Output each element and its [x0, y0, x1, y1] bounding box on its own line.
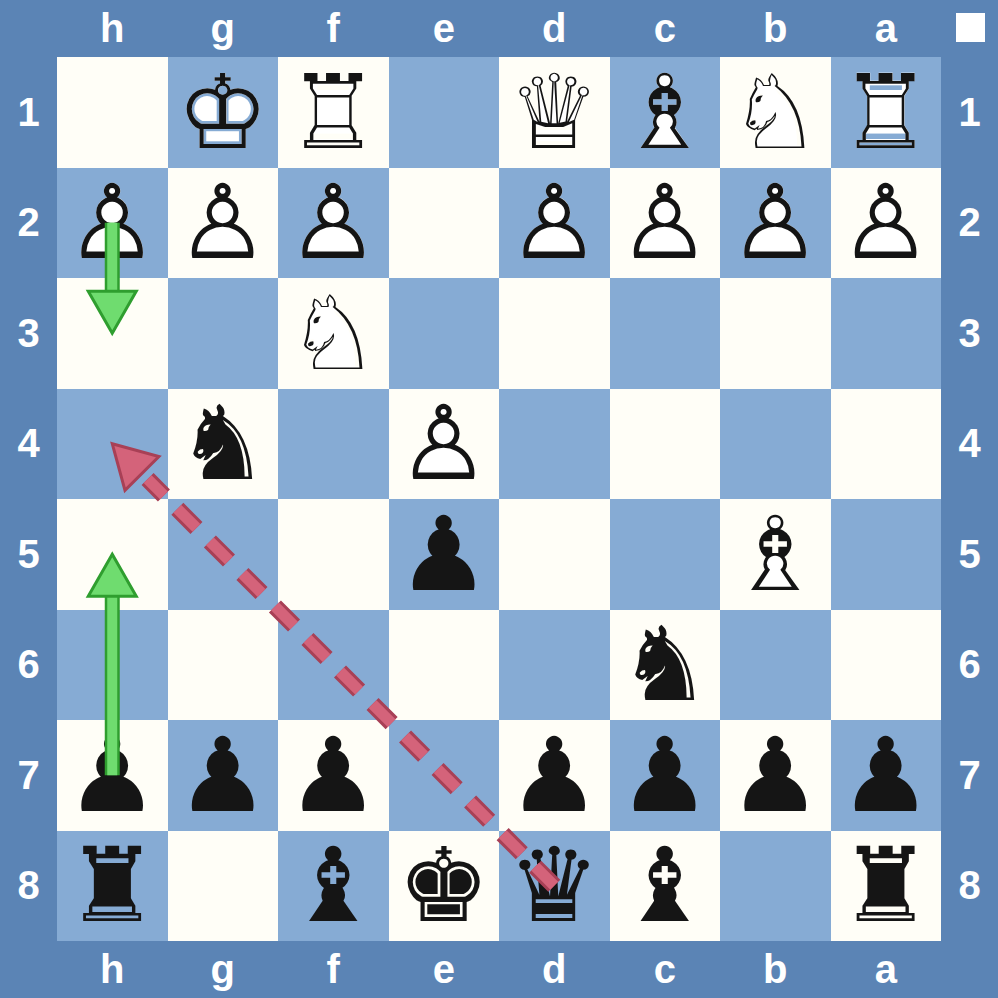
black-pawn[interactable]: ♟	[168, 720, 279, 831]
square-b6[interactable]	[720, 610, 831, 721]
white-pawn[interactable]: ♟♙	[720, 168, 831, 279]
board: ♚♔♜♖♛♕♝♗♞♘♜♖♟♙♟♙♟♙♟♙♟♙♟♙♟♙♞♘♞♟♙♟♝♗♞♟♟♟♟♟…	[57, 57, 941, 941]
piece-outline: ♔	[168, 57, 279, 168]
square-d2[interactable]: ♟♙	[499, 168, 610, 279]
square-e2[interactable]	[389, 168, 500, 279]
file-label: b	[720, 941, 831, 998]
piece-outline: ♙	[389, 389, 500, 500]
black-bishop[interactable]: ♝	[278, 831, 389, 942]
square-g2[interactable]: ♟♙	[168, 168, 279, 279]
square-f8[interactable]: ♝	[278, 831, 389, 942]
square-d7[interactable]: ♟	[499, 720, 610, 831]
square-f5[interactable]	[278, 499, 389, 610]
square-c1[interactable]: ♝♗	[610, 57, 721, 168]
rank-labels-right: 1 2 3 4 5 6 7 8	[941, 57, 998, 941]
file-label: h	[57, 941, 168, 998]
square-h3[interactable]	[57, 278, 168, 389]
rank-label: 7	[0, 720, 57, 831]
file-label: d	[499, 0, 610, 57]
square-b3[interactable]	[720, 278, 831, 389]
square-g5[interactable]	[168, 499, 279, 610]
square-e8[interactable]: ♚	[389, 831, 500, 942]
square-d1[interactable]: ♛♕	[499, 57, 610, 168]
square-a3[interactable]	[831, 278, 942, 389]
rank-label: 6	[941, 610, 998, 721]
square-h7[interactable]: ♟	[57, 720, 168, 831]
square-f4[interactable]	[278, 389, 389, 500]
white-knight[interactable]: ♞♘	[278, 278, 389, 389]
file-label: c	[610, 941, 721, 998]
file-label: a	[831, 0, 942, 57]
square-d5[interactable]	[499, 499, 610, 610]
black-pawn[interactable]: ♟	[278, 720, 389, 831]
square-b5[interactable]: ♝♗	[720, 499, 831, 610]
rank-label: 1	[0, 57, 57, 168]
square-g3[interactable]	[168, 278, 279, 389]
square-h4[interactable]	[57, 389, 168, 500]
square-b2[interactable]: ♟♙	[720, 168, 831, 279]
white-bishop[interactable]: ♝♗	[720, 499, 831, 610]
piece-outline: ♗	[610, 57, 721, 168]
black-knight[interactable]: ♞	[610, 610, 721, 721]
white-pawn[interactable]: ♟♙	[57, 168, 168, 279]
white-to-move-icon	[956, 13, 985, 42]
rank-label: 3	[941, 278, 998, 389]
file-label: b	[720, 0, 831, 57]
square-f3[interactable]: ♞♘	[278, 278, 389, 389]
piece-outline: ♙	[499, 168, 610, 279]
file-label: h	[57, 0, 168, 57]
square-g1[interactable]: ♚♔	[168, 57, 279, 168]
black-pawn[interactable]: ♟	[831, 720, 942, 831]
square-a8[interactable]: ♜	[831, 831, 942, 942]
square-f2[interactable]: ♟♙	[278, 168, 389, 279]
rank-label: 4	[0, 389, 57, 500]
piece-outline: ♙	[168, 168, 279, 279]
black-pawn[interactable]: ♟	[57, 720, 168, 831]
rank-label: 5	[941, 499, 998, 610]
piece-outline: ♘	[278, 278, 389, 389]
black-bishop[interactable]: ♝	[610, 831, 721, 942]
piece-outline: ♘	[720, 57, 831, 168]
square-h6[interactable]	[57, 610, 168, 721]
square-b7[interactable]: ♟	[720, 720, 831, 831]
square-e3[interactable]	[389, 278, 500, 389]
chessboard-frame: h g f e d c b a h g f e d c b a 1 2 3 4 …	[0, 0, 998, 998]
square-f1[interactable]: ♜♖	[278, 57, 389, 168]
square-h8[interactable]: ♜	[57, 831, 168, 942]
white-pawn[interactable]: ♟♙	[389, 389, 500, 500]
file-labels-bottom: h g f e d c b a	[57, 941, 941, 998]
rank-label: 6	[0, 610, 57, 721]
black-queen[interactable]: ♛	[499, 831, 610, 942]
square-e6[interactable]	[389, 610, 500, 721]
square-f7[interactable]: ♟	[278, 720, 389, 831]
white-knight[interactable]: ♞♘	[720, 57, 831, 168]
file-label: d	[499, 941, 610, 998]
rank-label: 1	[941, 57, 998, 168]
piece-outline: ♙	[278, 168, 389, 279]
rank-label: 2	[941, 168, 998, 279]
square-c7[interactable]: ♟	[610, 720, 721, 831]
file-labels-top: h g f e d c b a	[57, 0, 941, 57]
white-pawn[interactable]: ♟♙	[610, 168, 721, 279]
black-pawn[interactable]: ♟	[389, 499, 500, 610]
square-b4[interactable]	[720, 389, 831, 500]
square-a2[interactable]: ♟♙	[831, 168, 942, 279]
black-rook[interactable]: ♜	[831, 831, 942, 942]
rank-label: 8	[0, 831, 57, 942]
file-label: a	[831, 941, 942, 998]
square-b1[interactable]: ♞♘	[720, 57, 831, 168]
white-king[interactable]: ♚♔	[168, 57, 279, 168]
piece-outline: ♙	[610, 168, 721, 279]
square-g8[interactable]	[168, 831, 279, 942]
square-d4[interactable]	[499, 389, 610, 500]
square-g4[interactable]: ♞	[168, 389, 279, 500]
square-c5[interactable]	[610, 499, 721, 610]
square-h5[interactable]	[57, 499, 168, 610]
file-label: g	[168, 0, 279, 57]
square-f6[interactable]	[278, 610, 389, 721]
square-b8[interactable]	[720, 831, 831, 942]
black-pawn[interactable]: ♟	[610, 720, 721, 831]
square-c2[interactable]: ♟♙	[610, 168, 721, 279]
square-e7[interactable]	[389, 720, 500, 831]
piece-outline: ♙	[57, 168, 168, 279]
file-label: c	[610, 0, 721, 57]
white-rook[interactable]: ♜♖	[278, 57, 389, 168]
file-label: e	[389, 941, 500, 998]
piece-outline: ♖	[278, 57, 389, 168]
piece-outline: ♖	[831, 57, 942, 168]
white-queen[interactable]: ♛♕	[499, 57, 610, 168]
file-label: g	[168, 941, 279, 998]
white-pawn[interactable]: ♟♙	[168, 168, 279, 279]
white-bishop[interactable]: ♝♗	[610, 57, 721, 168]
rank-label: 5	[0, 499, 57, 610]
white-pawn[interactable]: ♟♙	[278, 168, 389, 279]
white-rook[interactable]: ♜♖	[831, 57, 942, 168]
file-label: f	[278, 941, 389, 998]
square-d6[interactable]	[499, 610, 610, 721]
piece-outline: ♗	[720, 499, 831, 610]
square-e4[interactable]: ♟♙	[389, 389, 500, 500]
black-rook[interactable]: ♜	[57, 831, 168, 942]
rank-label: 4	[941, 389, 998, 500]
white-pawn[interactable]: ♟♙	[831, 168, 942, 279]
rank-label: 2	[0, 168, 57, 279]
black-pawn[interactable]: ♟	[499, 720, 610, 831]
piece-outline: ♙	[720, 168, 831, 279]
black-pawn[interactable]: ♟	[720, 720, 831, 831]
square-c8[interactable]: ♝	[610, 831, 721, 942]
square-g6[interactable]	[168, 610, 279, 721]
black-king[interactable]: ♚	[389, 831, 500, 942]
rank-label: 7	[941, 720, 998, 831]
piece-outline: ♙	[831, 168, 942, 279]
square-d3[interactable]	[499, 278, 610, 389]
square-g7[interactable]: ♟	[168, 720, 279, 831]
rank-label: 3	[0, 278, 57, 389]
square-e1[interactable]	[389, 57, 500, 168]
square-c6[interactable]: ♞	[610, 610, 721, 721]
square-c3[interactable]	[610, 278, 721, 389]
file-label: e	[389, 0, 500, 57]
square-h2[interactable]: ♟♙	[57, 168, 168, 279]
white-pawn[interactable]: ♟♙	[499, 168, 610, 279]
square-h1[interactable]	[57, 57, 168, 168]
square-a6[interactable]	[831, 610, 942, 721]
black-knight[interactable]: ♞	[168, 389, 279, 500]
square-a7[interactable]: ♟	[831, 720, 942, 831]
piece-outline: ♕	[499, 57, 610, 168]
square-e5[interactable]: ♟	[389, 499, 500, 610]
square-d8[interactable]: ♛	[499, 831, 610, 942]
square-a5[interactable]	[831, 499, 942, 610]
square-a4[interactable]	[831, 389, 942, 500]
file-label: f	[278, 0, 389, 57]
rank-label: 8	[941, 831, 998, 942]
rank-labels-left: 1 2 3 4 5 6 7 8	[0, 57, 57, 941]
square-a1[interactable]: ♜♖	[831, 57, 942, 168]
square-c4[interactable]	[610, 389, 721, 500]
